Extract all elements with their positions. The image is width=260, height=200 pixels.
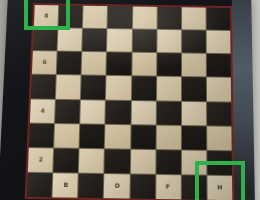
square-b5[interactable]	[56, 75, 81, 98]
square-g8[interactable]	[182, 7, 206, 29]
square-a2[interactable]: 2	[28, 148, 53, 172]
square-h5[interactable]	[207, 78, 231, 101]
square-h4[interactable]	[207, 102, 231, 126]
square-a7[interactable]	[33, 28, 58, 51]
square-g7[interactable]	[182, 30, 206, 53]
square-b3[interactable]	[54, 124, 79, 148]
square-c1[interactable]	[78, 174, 103, 199]
square-c7[interactable]	[83, 29, 107, 52]
square-d2[interactable]	[105, 149, 130, 173]
square-a6[interactable]: 6	[32, 51, 57, 74]
square-c8[interactable]	[83, 6, 107, 28]
square-e5[interactable]	[131, 77, 155, 100]
square-f8[interactable]	[157, 7, 181, 29]
square-d3[interactable]	[105, 124, 130, 148]
square-d1[interactable]: D	[104, 174, 129, 199]
highlight-box-a8	[24, 0, 70, 30]
square-d8[interactable]	[108, 6, 132, 28]
square-label-f1: F	[166, 184, 170, 190]
square-c5[interactable]	[81, 76, 106, 99]
square-a4[interactable]: 4	[30, 99, 55, 123]
square-h7[interactable]	[207, 31, 231, 54]
square-e6[interactable]	[132, 53, 156, 76]
square-c6[interactable]	[82, 52, 106, 75]
square-e2[interactable]	[130, 149, 155, 173]
highlight-box-h1	[195, 161, 245, 200]
square-e7[interactable]	[132, 30, 156, 53]
square-b6[interactable]	[57, 52, 82, 75]
square-g4[interactable]	[182, 101, 206, 125]
square-f7[interactable]	[157, 30, 181, 53]
square-b4[interactable]	[55, 99, 80, 123]
square-f4[interactable]	[156, 101, 180, 125]
square-c3[interactable]	[80, 124, 105, 148]
square-b2[interactable]	[53, 148, 78, 172]
screenshot-stage: 8642BDFH	[0, 0, 260, 200]
square-e1[interactable]	[130, 174, 155, 199]
square-e3[interactable]	[131, 125, 156, 149]
square-g5[interactable]	[182, 77, 206, 100]
square-f5[interactable]	[157, 77, 181, 100]
square-e4[interactable]	[131, 101, 155, 125]
square-g6[interactable]	[182, 54, 206, 77]
square-e8[interactable]	[132, 6, 156, 28]
square-f2[interactable]	[156, 150, 181, 174]
square-b1[interactable]: B	[53, 173, 78, 198]
square-d5[interactable]	[106, 76, 130, 99]
square-label-a2: 2	[38, 157, 42, 163]
square-f1[interactable]: F	[156, 175, 181, 200]
square-h6[interactable]	[207, 54, 231, 77]
square-f3[interactable]	[156, 125, 181, 149]
square-label-b1: B	[63, 182, 68, 188]
square-c2[interactable]	[79, 149, 104, 173]
square-label-a4: 4	[40, 108, 44, 114]
square-g3[interactable]	[182, 126, 206, 150]
square-d4[interactable]	[106, 100, 131, 124]
square-f6[interactable]	[157, 53, 181, 76]
square-a1[interactable]	[27, 173, 53, 198]
square-d6[interactable]	[107, 53, 131, 76]
square-h3[interactable]	[207, 126, 232, 150]
square-h8[interactable]	[206, 8, 230, 30]
square-b7[interactable]	[58, 28, 82, 51]
square-d7[interactable]	[107, 29, 131, 52]
square-a5[interactable]	[31, 75, 56, 98]
square-label-d1: D	[114, 183, 119, 189]
square-label-a6: 6	[42, 60, 46, 66]
square-c4[interactable]	[80, 100, 105, 124]
square-a3[interactable]	[29, 123, 54, 147]
